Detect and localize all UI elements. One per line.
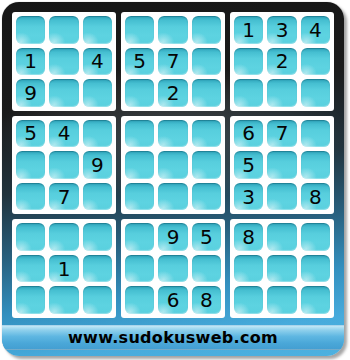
cell-r7c3[interactable]	[83, 223, 112, 251]
sudoku-box-6: 67538	[230, 116, 334, 215]
footer-bar: www.sudokusweb.com	[2, 325, 344, 350]
cell-r6c3[interactable]	[83, 183, 112, 211]
sudoku-box-3: 1342	[230, 12, 334, 111]
sudoku-box-2: 572	[121, 12, 225, 111]
cell-r7c8[interactable]	[267, 223, 296, 251]
sudoku-box-4: 5497	[12, 116, 116, 215]
cell-r8c4[interactable]	[125, 255, 154, 283]
cell-r2c9[interactable]	[301, 48, 330, 76]
cell-r2c1[interactable]: 1	[16, 48, 45, 76]
sudoku-grid: 1495721342549767538195688	[12, 12, 334, 318]
cell-r9c3[interactable]	[83, 286, 112, 314]
cell-r4c1[interactable]: 5	[16, 120, 45, 148]
cell-r6c4[interactable]	[125, 183, 154, 211]
cell-r3c4[interactable]	[125, 79, 154, 107]
cell-r9c5[interactable]: 6	[158, 286, 187, 314]
cell-r2c8[interactable]: 2	[267, 48, 296, 76]
cell-r3c5[interactable]: 2	[158, 79, 187, 107]
cell-r7c4[interactable]	[125, 223, 154, 251]
cell-r8c1[interactable]	[16, 255, 45, 283]
sudoku-box-1: 149	[12, 12, 116, 111]
cell-r1c8[interactable]: 3	[267, 16, 296, 44]
cell-r1c2[interactable]	[49, 16, 78, 44]
cell-r5c7[interactable]: 5	[234, 151, 263, 179]
cell-r2c6[interactable]	[192, 48, 221, 76]
cell-r8c9[interactable]	[301, 255, 330, 283]
cell-r7c1[interactable]	[16, 223, 45, 251]
cell-r5c4[interactable]	[125, 151, 154, 179]
cell-r6c2[interactable]: 7	[49, 183, 78, 211]
cell-r9c1[interactable]	[16, 286, 45, 314]
site-url[interactable]: www.sudokusweb.com	[68, 328, 278, 347]
cell-r5c8[interactable]	[267, 151, 296, 179]
cell-r7c7[interactable]: 8	[234, 223, 263, 251]
cell-r6c8[interactable]	[267, 183, 296, 211]
cell-r2c2[interactable]	[49, 48, 78, 76]
cell-r6c6[interactable]	[192, 183, 221, 211]
cell-r8c2[interactable]: 1	[49, 255, 78, 283]
cell-r4c6[interactable]	[192, 120, 221, 148]
cell-r1c3[interactable]	[83, 16, 112, 44]
cell-r1c4[interactable]	[125, 16, 154, 44]
cell-r5c2[interactable]	[49, 151, 78, 179]
cell-r1c6[interactable]	[192, 16, 221, 44]
cell-r6c7[interactable]: 3	[234, 183, 263, 211]
cell-r1c7[interactable]: 1	[234, 16, 263, 44]
cell-r9c8[interactable]	[267, 286, 296, 314]
cell-r9c6[interactable]: 8	[192, 286, 221, 314]
cell-r8c8[interactable]	[267, 255, 296, 283]
cell-r3c6[interactable]	[192, 79, 221, 107]
cell-r3c1[interactable]: 9	[16, 79, 45, 107]
cell-r7c2[interactable]	[49, 223, 78, 251]
cell-r5c5[interactable]	[158, 151, 187, 179]
cell-r8c5[interactable]	[158, 255, 187, 283]
cell-r9c4[interactable]	[125, 286, 154, 314]
sudoku-box-5	[121, 116, 225, 215]
cell-r4c9[interactable]	[301, 120, 330, 148]
cell-r2c7[interactable]	[234, 48, 263, 76]
cell-r4c2[interactable]: 4	[49, 120, 78, 148]
cell-r7c5[interactable]: 9	[158, 223, 187, 251]
cell-r6c5[interactable]	[158, 183, 187, 211]
cell-r1c5[interactable]	[158, 16, 187, 44]
cell-r6c9[interactable]: 8	[301, 183, 330, 211]
sudoku-box-8: 9568	[121, 219, 225, 318]
cell-r8c7[interactable]	[234, 255, 263, 283]
cell-r2c4[interactable]: 5	[125, 48, 154, 76]
cell-r4c5[interactable]	[158, 120, 187, 148]
cell-r5c6[interactable]	[192, 151, 221, 179]
cell-r3c7[interactable]	[234, 79, 263, 107]
cell-r8c3[interactable]	[83, 255, 112, 283]
cell-r3c8[interactable]	[267, 79, 296, 107]
cell-r5c9[interactable]	[301, 151, 330, 179]
cell-r4c3[interactable]	[83, 120, 112, 148]
cell-r9c7[interactable]	[234, 286, 263, 314]
sudoku-box-7: 1	[12, 219, 116, 318]
cell-r1c1[interactable]	[16, 16, 45, 44]
cell-r5c1[interactable]	[16, 151, 45, 179]
sudoku-box-9: 8	[230, 219, 334, 318]
cell-r5c3[interactable]: 9	[83, 151, 112, 179]
cell-r3c9[interactable]	[301, 79, 330, 107]
cell-r8c6[interactable]	[192, 255, 221, 283]
cell-r4c8[interactable]: 7	[267, 120, 296, 148]
cell-r3c2[interactable]	[49, 79, 78, 107]
cell-r6c1[interactable]	[16, 183, 45, 211]
cell-r2c3[interactable]: 4	[83, 48, 112, 76]
cell-r9c9[interactable]	[301, 286, 330, 314]
cell-r7c9[interactable]	[301, 223, 330, 251]
cell-r9c2[interactable]	[49, 286, 78, 314]
cell-r1c9[interactable]: 4	[301, 16, 330, 44]
sudoku-board: 1495721342549767538195688 www.sudokusweb…	[2, 2, 344, 356]
cell-r2c5[interactable]: 7	[158, 48, 187, 76]
cell-r4c4[interactable]	[125, 120, 154, 148]
cell-r3c3[interactable]	[83, 79, 112, 107]
cell-r4c7[interactable]: 6	[234, 120, 263, 148]
cell-r7c6[interactable]: 5	[192, 223, 221, 251]
